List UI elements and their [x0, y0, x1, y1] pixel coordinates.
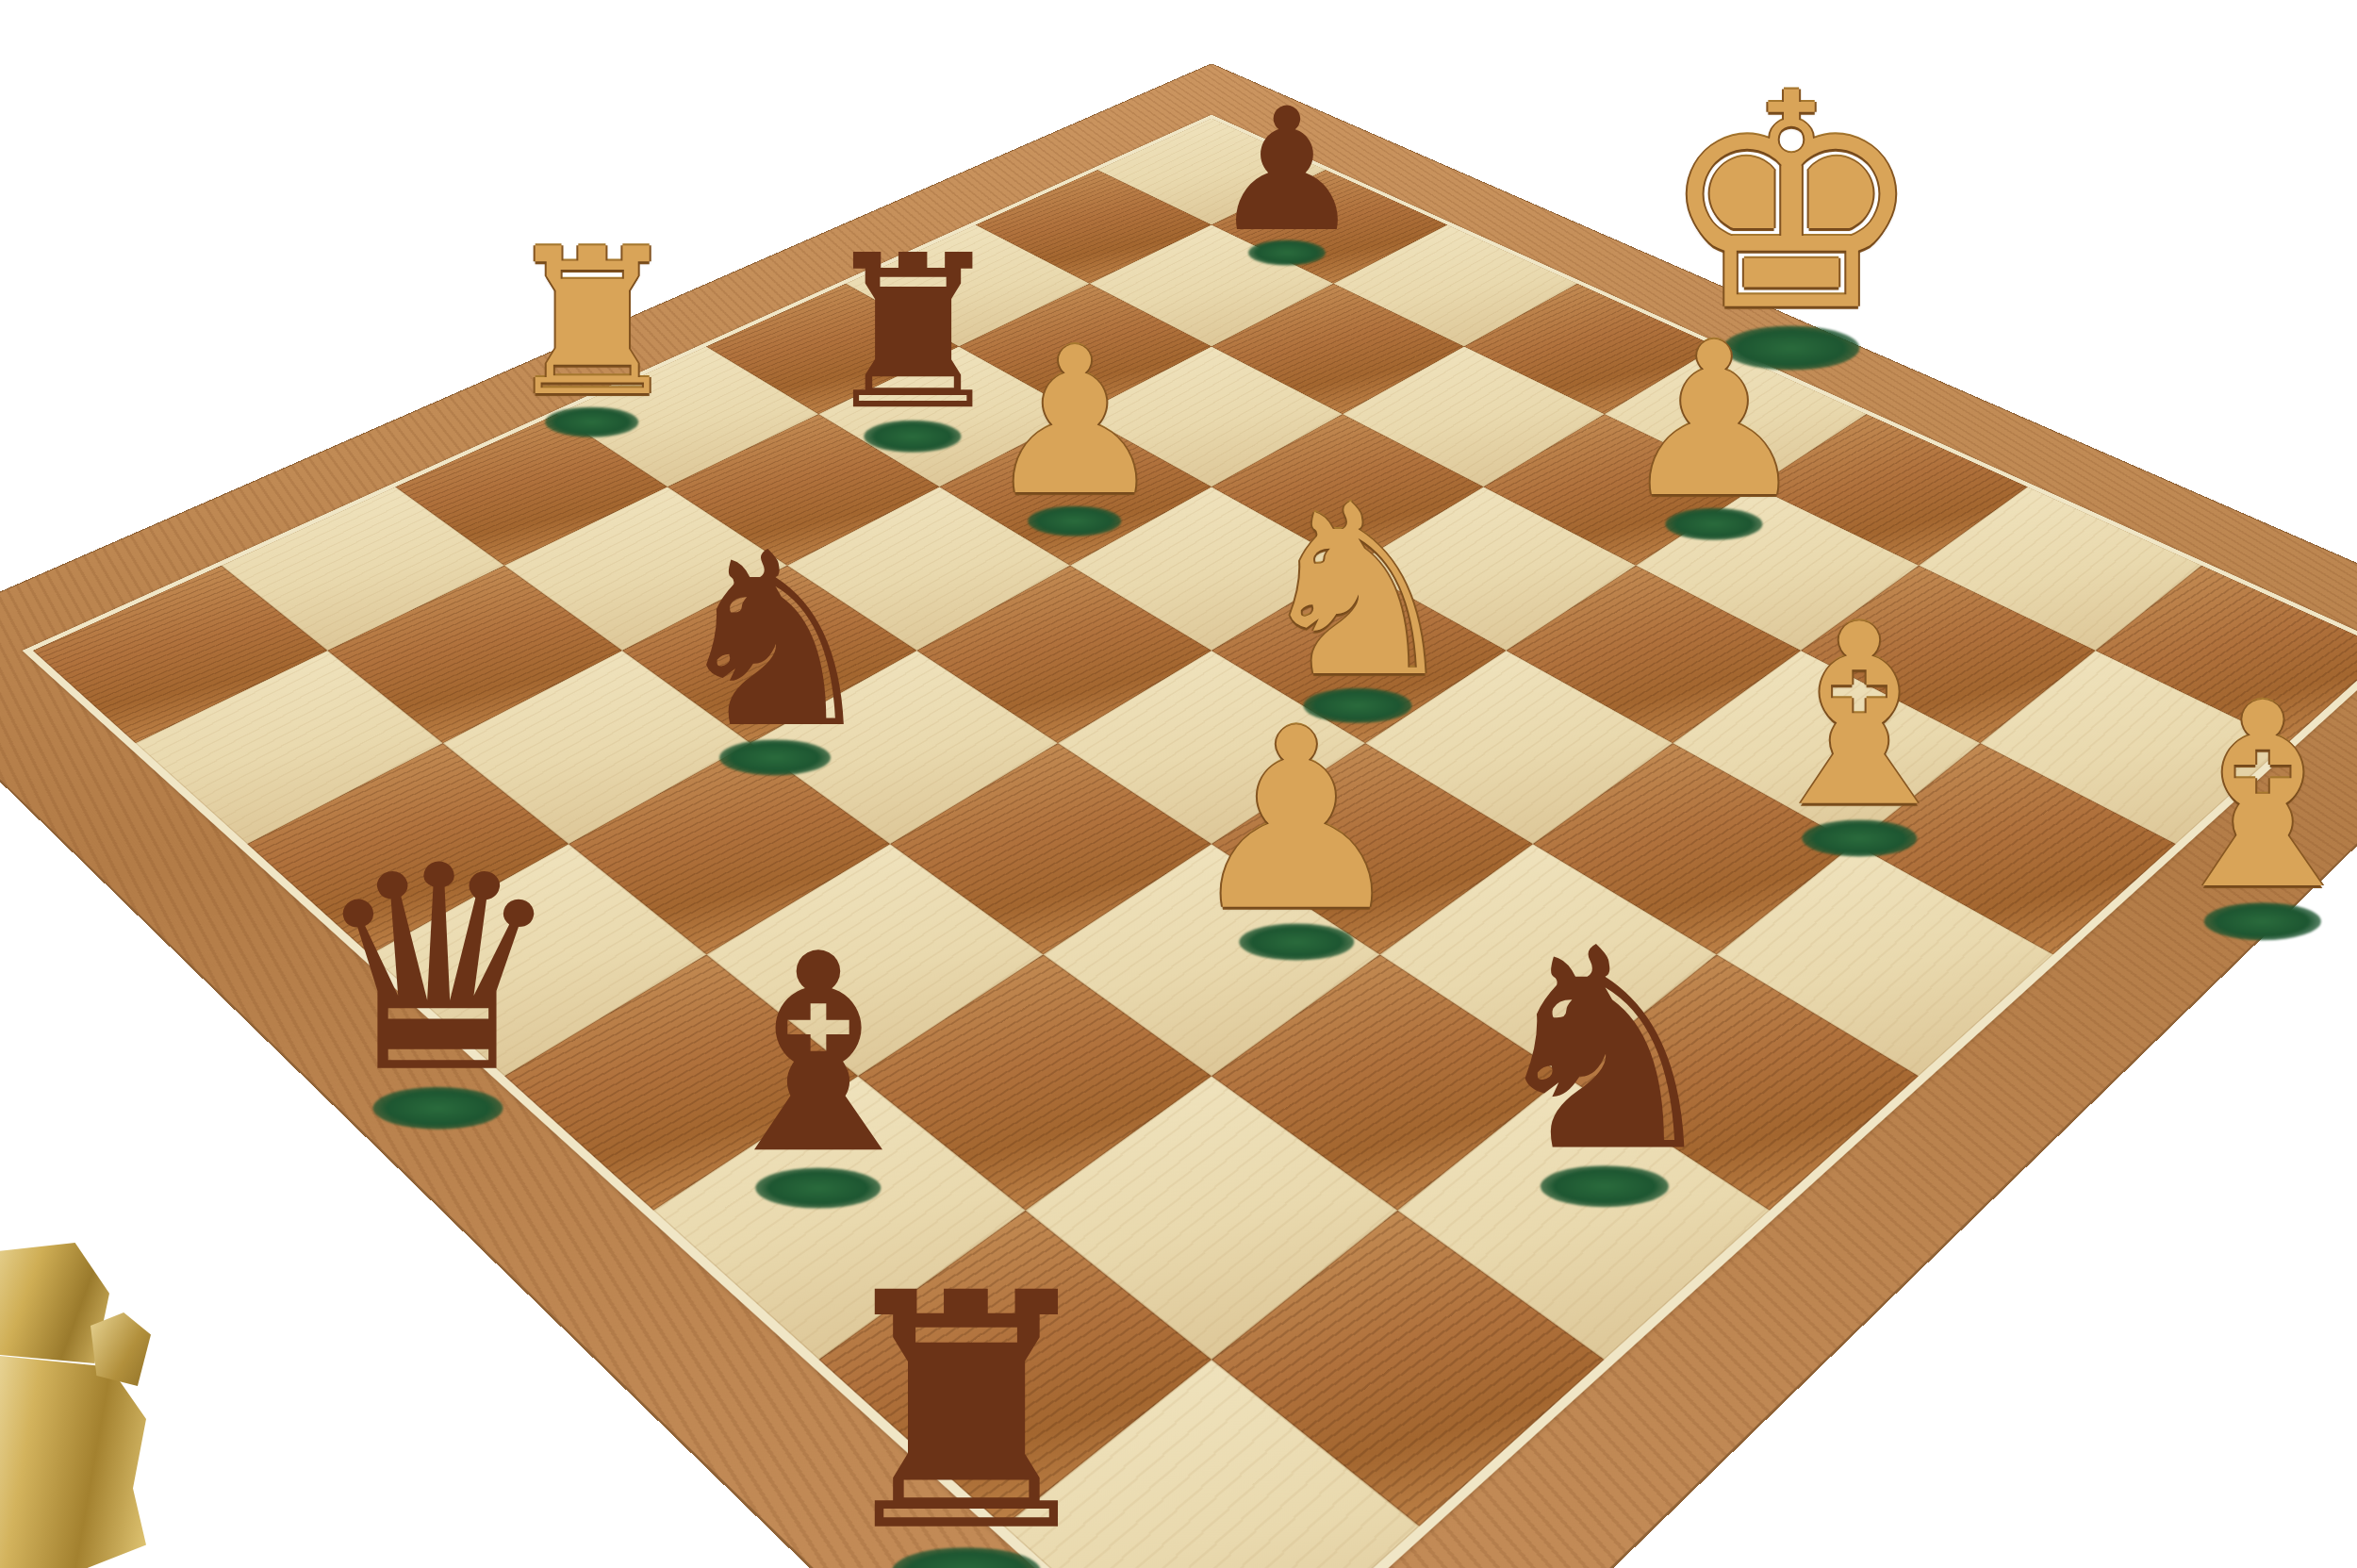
felt-base	[2204, 902, 2321, 941]
white-pawn-glyph: ♟	[1619, 317, 1809, 525]
white-bishop-glyph: ♝	[1747, 595, 1971, 840]
piece-white-bishop-center[interactable]: ♝	[1747, 595, 1971, 840]
felt-base	[1541, 1165, 1669, 1207]
piece-black-rook-upper[interactable]: ♜	[817, 229, 1008, 437]
black-rook-glyph: ♜	[817, 229, 1008, 437]
piece-white-bishop-right[interactable]: ♝	[2149, 673, 2357, 923]
black-queen-glyph: ♛	[312, 833, 566, 1110]
felt-base	[1239, 923, 1354, 961]
piece-black-rook-bottom[interactable]: ♜	[820, 1254, 1112, 1568]
black-rook-glyph: ♜	[820, 1254, 1112, 1568]
felt-base	[1029, 505, 1122, 536]
piece-black-knight-left[interactable]: ♞	[668, 523, 883, 759]
white-pawn-glyph: ♟	[984, 323, 1166, 522]
felt-base	[546, 406, 639, 437]
felt-base	[719, 740, 830, 776]
felt-base	[1665, 508, 1763, 540]
black-knight-glyph: ♞	[668, 523, 883, 759]
piece-white-pawn-center[interactable]: ♟	[1184, 699, 1409, 944]
white-bishop-glyph: ♝	[2149, 673, 2357, 923]
piece-black-queen[interactable]: ♛	[312, 833, 566, 1110]
felt-base	[864, 421, 962, 453]
felt-base	[1802, 819, 1917, 857]
white-pawn-glyph: ♟	[1184, 699, 1409, 944]
black-pawn-glyph: ♟	[1211, 88, 1362, 254]
piece-white-knight[interactable]: ♞	[1252, 476, 1463, 707]
piece-black-bishop[interactable]: ♝	[696, 921, 941, 1189]
white-rook-glyph: ♜	[502, 224, 684, 423]
piece-white-rook[interactable]: ♜	[502, 224, 684, 423]
piece-black-pawn[interactable]: ♟	[1211, 88, 1362, 254]
clasp-hook-icon	[91, 1312, 151, 1386]
piece-black-knight-right[interactable]: ♞	[1480, 915, 1729, 1187]
felt-base	[755, 1167, 881, 1209]
white-knight-glyph: ♞	[1252, 476, 1463, 707]
piece-white-pawn-upper[interactable]: ♟	[984, 323, 1166, 522]
black-knight-glyph: ♞	[1480, 915, 1729, 1187]
black-bishop-glyph: ♝	[696, 921, 941, 1189]
piece-white-pawn-right[interactable]: ♟	[1619, 317, 1809, 525]
felt-base	[1248, 240, 1327, 266]
felt-base	[373, 1087, 503, 1130]
clasp-lower-plate-icon	[0, 1354, 146, 1568]
